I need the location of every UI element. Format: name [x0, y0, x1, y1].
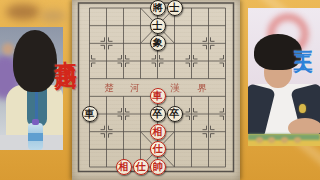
black-advisor-piece[interactable]: 士 — [150, 18, 166, 34]
red-advisor-piece[interactable]: 仕 — [133, 159, 149, 175]
left-player-name-overlay: 李越川 — [50, 41, 81, 51]
background-bokeh — [40, 10, 66, 22]
black-elephant-piece[interactable]: 象 — [150, 35, 166, 51]
thumbnail-stage: 楚 河 漢 界 將士士象車卒卒車相仕相仕帥 李越川 王天一 — [0, 0, 320, 180]
left-player-hair — [13, 30, 57, 92]
red-elephant-piece[interactable]: 相 — [150, 124, 166, 140]
right-player-badge — [299, 104, 306, 113]
black-chariot-piece[interactable]: 車 — [82, 106, 98, 122]
black-pawn-piece[interactable]: 卒 — [150, 106, 166, 122]
river-label-char: 界 — [197, 82, 207, 93]
background-person-face — [2, 43, 14, 55]
blurred-piece — [281, 137, 288, 143]
river-label-char: 楚 — [104, 82, 114, 93]
right-player-name-overlay: 王天一 — [291, 38, 317, 44]
blurred-piece — [268, 137, 275, 143]
black-pawn-piece[interactable]: 卒 — [167, 106, 183, 122]
black-general-piece[interactable]: 將 — [150, 0, 166, 16]
xiangqi-board[interactable]: 楚 河 漢 界 將士士象車卒卒車相仕相仕帥 — [72, 0, 240, 180]
water-bottle-label — [28, 133, 43, 141]
red-chariot-piece[interactable]: 車 — [150, 88, 166, 104]
blurred-piece — [256, 137, 263, 143]
red-general-piece[interactable]: 帥 — [150, 159, 166, 175]
red-elephant-piece[interactable]: 相 — [116, 159, 132, 175]
left-player-lanyard — [35, 91, 38, 121]
river-label-char: 河 — [129, 82, 140, 93]
background-bokeh — [6, 4, 40, 20]
black-advisor-piece[interactable]: 士 — [167, 0, 183, 16]
red-advisor-piece[interactable]: 仕 — [150, 141, 166, 157]
water-bottle-cap — [32, 119, 39, 125]
right-player-photo — [248, 8, 320, 146]
blurred-piece — [294, 137, 301, 143]
river-label-char: 漢 — [170, 82, 180, 93]
